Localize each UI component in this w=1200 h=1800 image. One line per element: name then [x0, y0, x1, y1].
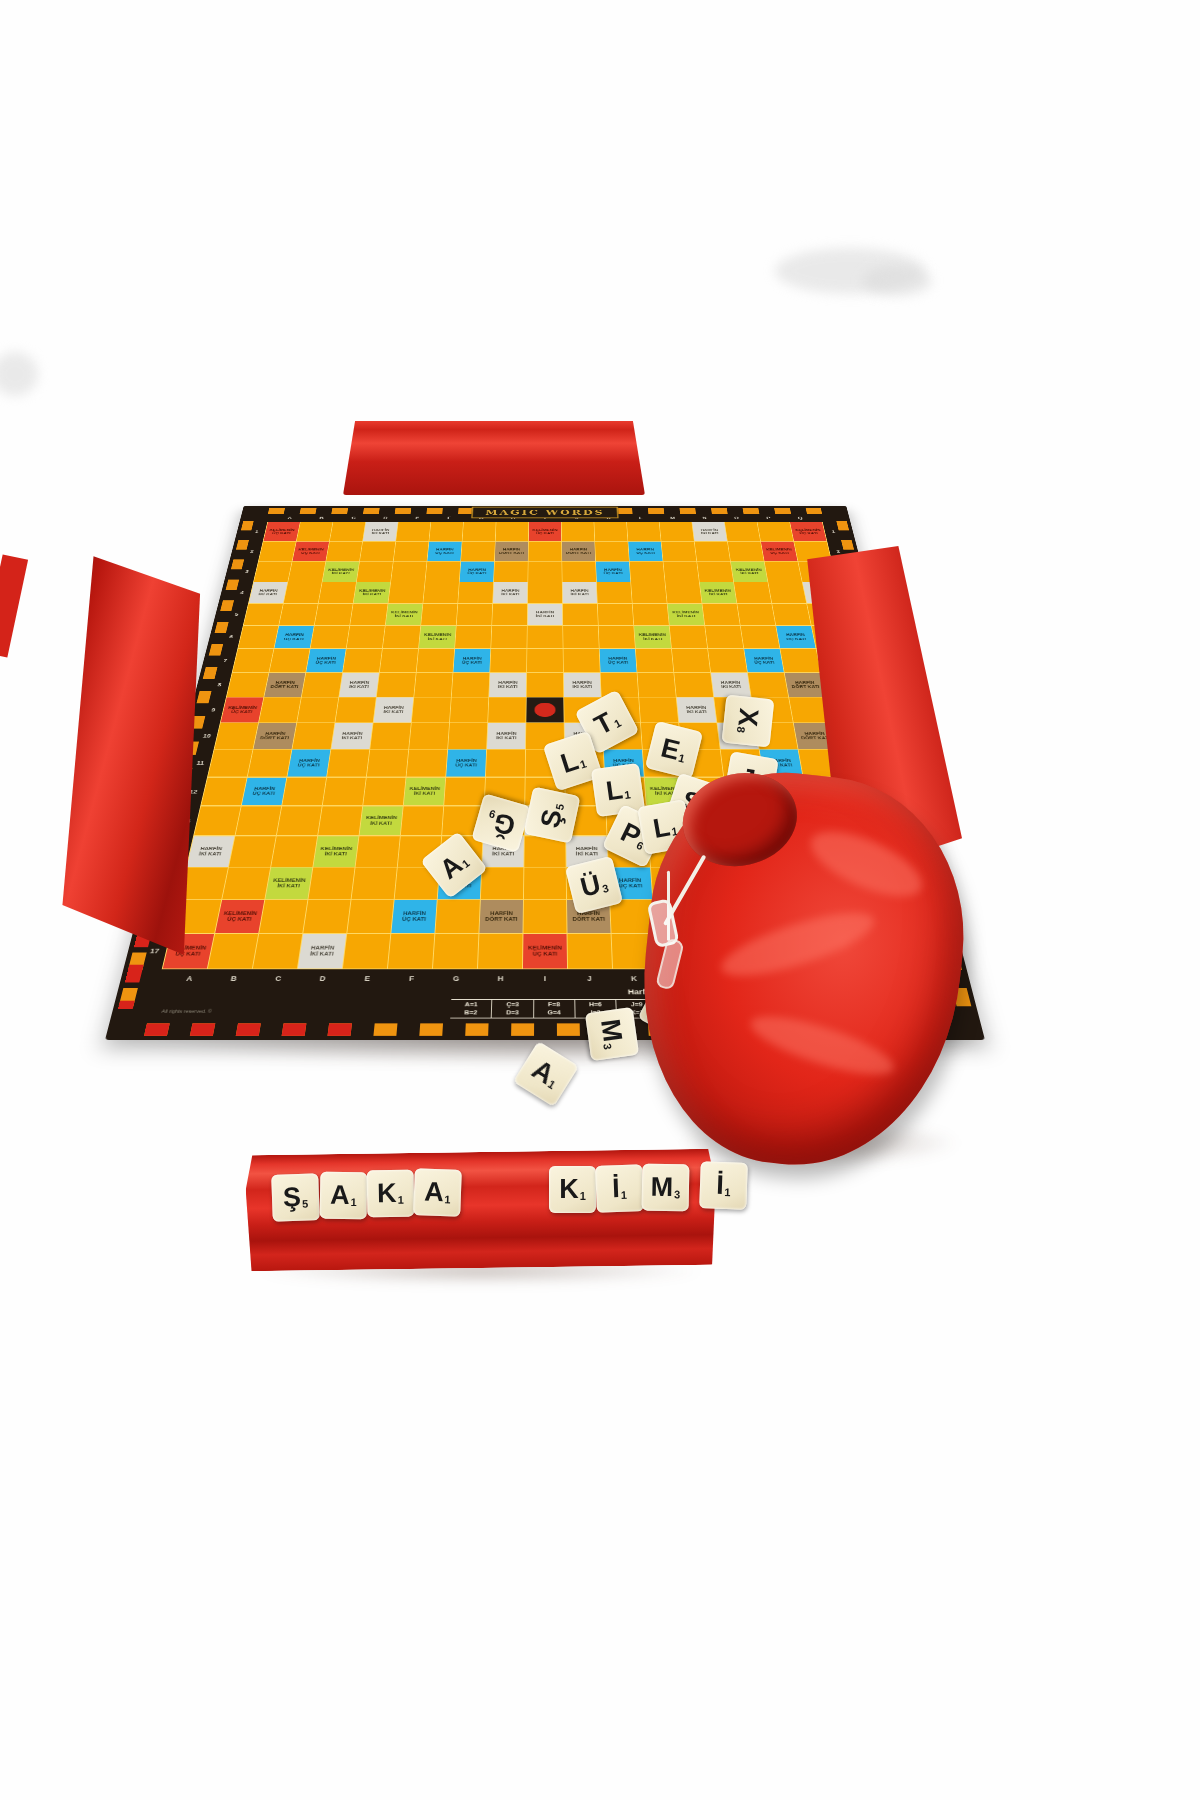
cell-P2[interactable]: KELİMENİNÜÇ KATI: [761, 542, 797, 561]
cell-C5[interactable]: [315, 604, 353, 625]
frame-dashes-red-bottom: [144, 1023, 365, 1035]
letter-value: A=1: [451, 1001, 492, 1009]
col-label-L: L: [625, 515, 657, 521]
cell-M3[interactable]: [664, 562, 699, 582]
cell-E8[interactable]: [377, 673, 416, 697]
tile-letter: M: [595, 1017, 629, 1044]
letter-tile-Ş[interactable]: Ş5: [524, 787, 581, 844]
cell-I17[interactable]: KELİMENİNÜÇ KATI: [523, 934, 567, 968]
tile-value: 1: [580, 1190, 586, 1202]
cell-D14[interactable]: KELİMENİNİKİ KATI: [313, 836, 358, 866]
premium-label: ÜÇ KATI: [779, 637, 815, 641]
cell-N2[interactable]: [695, 542, 730, 561]
cell-A5[interactable]: [244, 604, 283, 625]
cell-O7[interactable]: HARFİNÜÇ KATI: [745, 649, 784, 672]
premium-label: İKİ KATI: [490, 685, 526, 689]
premium-label: ÜÇ KATI: [597, 572, 630, 576]
cell-E1[interactable]: [396, 522, 430, 541]
cell-J4[interactable]: HARFİNİKİ KATI: [563, 582, 597, 603]
cell-D17[interactable]: HARFİNİKİ KATI: [298, 934, 346, 968]
premium-label: ÜÇ KATI: [529, 532, 561, 535]
cell-E15[interactable]: [352, 868, 397, 900]
tile-value: 1: [444, 1193, 451, 1205]
premium-label: ÜÇ KATI: [600, 660, 636, 664]
tile-value: 8: [735, 726, 748, 733]
premium-label: DÖRT KATI: [480, 916, 522, 922]
cell-G10[interactable]: [448, 723, 487, 749]
cell-A8[interactable]: [227, 673, 268, 697]
premium-label: İKİ KATI: [361, 821, 401, 826]
tile-letter: A: [424, 1177, 445, 1209]
cell-B9[interactable]: [259, 698, 300, 723]
cell-H8[interactable]: HARFİNİKİ KATI: [489, 673, 526, 697]
premium-label: DÖRT KATI: [787, 685, 824, 689]
cell-H6[interactable]: [491, 626, 526, 648]
cell-C16[interactable]: [259, 900, 307, 933]
cell-J17[interactable]: [568, 934, 612, 968]
premium-label: DÖRT KATI: [266, 685, 303, 689]
cell-F17[interactable]: [388, 934, 434, 968]
col-label-N: N: [688, 515, 721, 521]
cell-C13[interactable]: [277, 806, 321, 835]
cell-F7[interactable]: [417, 649, 454, 672]
cell-B6[interactable]: HARFİNÜÇ KATI: [274, 626, 313, 648]
col-label-I: I: [523, 972, 568, 984]
cell-H16[interactable]: HARFİNDÖRT KATI: [480, 900, 523, 933]
premium-label: ÜÇ KATI: [217, 916, 260, 922]
premium-label: ÜÇ KATI: [265, 532, 298, 535]
tile-letter: A: [330, 1180, 350, 1211]
cell-K2[interactable]: [595, 542, 628, 561]
letter-tile-M[interactable]: M3: [642, 1164, 690, 1212]
cell-B4[interactable]: [284, 582, 322, 603]
premium-label: İKİ KATI: [333, 736, 371, 741]
cell-B1[interactable]: [297, 522, 333, 541]
cell-E11[interactable]: [367, 750, 408, 777]
letter-tile-A[interactable]: A1: [320, 1172, 368, 1220]
cell-P8[interactable]: HARFİNDÖRT KATI: [785, 673, 826, 697]
cell-B11[interactable]: [248, 750, 291, 777]
col-label-Q: Q: [784, 515, 817, 521]
cell-M6[interactable]: [670, 626, 707, 648]
cell-A1[interactable]: KELİMENİNÜÇ KATI: [264, 522, 300, 541]
col-label-H: H: [478, 972, 523, 984]
cell-F5[interactable]: [421, 604, 457, 625]
letter-tile-K[interactable]: K1: [367, 1170, 415, 1218]
cell-G11[interactable]: HARFİNÜÇ KATI: [446, 750, 486, 777]
premium-label: İKİ KATI: [483, 851, 524, 856]
cell-A13[interactable]: [194, 806, 240, 835]
cell-B17[interactable]: [208, 934, 258, 968]
premium-label: DÖRT KATI: [562, 551, 595, 554]
cell-F1[interactable]: [429, 522, 462, 541]
cell-L6[interactable]: KELİMENİNİKİ KATI: [634, 626, 671, 648]
premium-label: ÜÇ KATI: [428, 551, 461, 554]
cell-D3[interactable]: [357, 562, 393, 582]
cell-O4[interactable]: [734, 582, 771, 603]
cell-G16[interactable]: [436, 900, 480, 933]
cell-H4[interactable]: HARFİNİKİ KATI: [493, 582, 527, 603]
cell-F9[interactable]: [412, 698, 451, 723]
cell-G5[interactable]: [457, 604, 492, 625]
cell-N8[interactable]: HARFİNİKİ KATI: [711, 673, 750, 697]
cell-J6[interactable]: [563, 626, 598, 648]
cell-B15[interactable]: [222, 868, 269, 900]
cell-E10[interactable]: [370, 723, 410, 749]
col-label-J: J: [567, 972, 612, 984]
cell-A3[interactable]: [254, 562, 291, 582]
col-label-C: C: [255, 972, 301, 984]
cell-D15[interactable]: [309, 868, 355, 900]
tile-letter: Ü: [577, 868, 603, 903]
cell-C10[interactable]: [292, 723, 334, 749]
cell-Q1[interactable]: KELİMENİNÜÇ KATI: [790, 522, 826, 541]
premium-label: ÜÇ KATI: [746, 660, 782, 664]
cell-N5[interactable]: [703, 604, 740, 625]
cell-F10[interactable]: [409, 723, 449, 749]
cell-H7[interactable]: [490, 649, 526, 672]
cell-H1[interactable]: [496, 522, 528, 541]
cell-I2[interactable]: [529, 542, 562, 561]
cell-A14[interactable]: HARFİNİKİ KATI: [187, 836, 234, 866]
premium-label: ÜÇ KATI: [460, 572, 493, 576]
cell-C2[interactable]: [326, 542, 362, 561]
letter-tile-Ş[interactable]: Ş5: [271, 1173, 320, 1222]
cell-L2[interactable]: HARFİNÜÇ KATI: [629, 542, 663, 561]
cell-D13[interactable]: [318, 806, 362, 835]
cell-L9[interactable]: [639, 698, 678, 723]
cell-E17[interactable]: [343, 934, 390, 968]
cell-K4[interactable]: [597, 582, 632, 603]
cell-E4[interactable]: [388, 582, 424, 603]
premium-label: İKİ KATI: [189, 851, 231, 856]
cell-I8[interactable]: [527, 673, 563, 697]
cell-K8[interactable]: [601, 673, 638, 697]
cell-F12[interactable]: KELİMENİNİKİ KATI: [404, 778, 445, 806]
premium-label: ÜÇ KATI: [792, 532, 825, 535]
cell-E16[interactable]: [347, 900, 393, 933]
cell-I4[interactable]: [528, 582, 562, 603]
cell-C3[interactable]: KELİMENİNİKİ KATI: [323, 562, 359, 582]
cell-D5[interactable]: [350, 604, 387, 625]
cell-A9[interactable]: KELİMENİNÜÇ KATI: [221, 698, 263, 723]
cell-K6[interactable]: [599, 626, 635, 648]
cell-E6[interactable]: [383, 626, 420, 648]
cell-H2[interactable]: HARFİNDÖRT KATI: [495, 542, 528, 561]
cell-E2[interactable]: [394, 542, 429, 561]
premium-label: İKİ KATI: [563, 593, 597, 597]
cell-H10[interactable]: HARFİNİKİ KATI: [487, 723, 525, 749]
cell-M1[interactable]: [660, 522, 694, 541]
premium-label: İKİ KATI: [678, 710, 715, 714]
cell-O2[interactable]: [728, 542, 764, 561]
cell-G12[interactable]: [444, 778, 484, 806]
premium-label: İKİ KATI: [493, 593, 527, 597]
cell-B14[interactable]: [229, 836, 275, 866]
cell-D8[interactable]: HARFİNİKİ KATI: [339, 673, 378, 697]
cell-B12[interactable]: HARFİNÜÇ KATI: [242, 778, 286, 806]
cell-D11[interactable]: [327, 750, 369, 777]
cell-F2[interactable]: HARFİNÜÇ KATI: [427, 542, 461, 561]
premium-label: İKİ KATI: [300, 951, 344, 957]
cell-B8[interactable]: HARFİNDÖRT KATI: [264, 673, 305, 697]
col-label-B: B: [305, 515, 338, 521]
letter-tile-İ[interactable]: İ1: [699, 1161, 748, 1210]
cell-C9[interactable]: [297, 698, 338, 723]
cell-A7[interactable]: [233, 649, 273, 672]
tile-letter: A: [434, 849, 468, 885]
cell-D1[interactable]: HARFİNİKİ KATI: [363, 522, 397, 541]
col-label-F: F: [433, 515, 465, 521]
cell-H15[interactable]: [481, 868, 523, 900]
cell-A11[interactable]: [208, 750, 252, 777]
cell-C1[interactable]: [330, 522, 365, 541]
cell-P3[interactable]: [765, 562, 802, 582]
cell-E14[interactable]: [356, 836, 400, 866]
letter-tile-K[interactable]: K1: [549, 1166, 596, 1213]
cell-I1[interactable]: KELİMENİNÜÇ KATI: [529, 522, 561, 541]
cell-P7[interactable]: [781, 649, 821, 672]
cell-M8[interactable]: [675, 673, 714, 697]
premium-label: İKİ KATI: [405, 791, 444, 796]
cell-D16[interactable]: [303, 900, 350, 933]
premium-label: ÜÇ KATI: [165, 951, 210, 957]
cell-B2[interactable]: KELİMENİNÜÇ KATI: [293, 542, 329, 561]
premium-label: İKİ KATI: [364, 532, 396, 535]
premium-label: İKİ KATI: [420, 637, 455, 641]
col-label-C: C: [337, 515, 370, 521]
cell-A4[interactable]: HARFİNİKİ KATI: [249, 582, 287, 603]
premium-label: İKİ KATI: [267, 883, 309, 889]
cell-A12[interactable]: [201, 778, 246, 806]
cell-H11[interactable]: [486, 750, 525, 777]
cell-G8[interactable]: [452, 673, 489, 697]
cell-C17[interactable]: [253, 934, 302, 968]
premium-label: ÜÇ KATI: [763, 551, 796, 554]
cell-G4[interactable]: [458, 582, 493, 603]
premium-label: ÜÇ KATI: [223, 710, 261, 714]
col-label-D: D: [300, 972, 346, 984]
cell-I9[interactable]: [527, 698, 564, 723]
col-label-A: A: [273, 515, 306, 521]
cell-C15[interactable]: KELİMENİNİKİ KATI: [265, 868, 312, 900]
cell-C8[interactable]: [302, 673, 342, 697]
cell-H3[interactable]: [494, 562, 528, 582]
cell-B10[interactable]: HARFİNDÖRT KATI: [253, 723, 295, 749]
tile-letter: L: [604, 774, 625, 807]
cell-O8[interactable]: [748, 673, 788, 697]
cell-J5[interactable]: [563, 604, 598, 625]
cell-G1[interactable]: [463, 522, 496, 541]
cell-B16[interactable]: KELİMENİNÜÇ KATI: [215, 900, 264, 933]
cell-H9[interactable]: [488, 698, 525, 723]
tile-bag[interactable]: [625, 760, 979, 1181]
col-label-D: D: [369, 515, 402, 521]
cell-L4[interactable]: [631, 582, 666, 603]
letter-value-cell: Ç=3D=3: [492, 1000, 534, 1018]
cell-O1[interactable]: [725, 522, 760, 541]
cell-A6[interactable]: [238, 626, 278, 648]
premium-label: İKİ KATI: [733, 572, 767, 576]
cell-I7[interactable]: [527, 649, 563, 672]
cell-M7[interactable]: [672, 649, 710, 672]
cell-G17[interactable]: [433, 934, 478, 968]
cell-F6[interactable]: KELİMENİNİKİ KATI: [419, 626, 456, 648]
cell-I6[interactable]: [527, 626, 562, 648]
premium-label: İKİ KATI: [250, 593, 284, 597]
cell-F4[interactable]: [423, 582, 458, 603]
cell-L1[interactable]: [627, 522, 660, 541]
letter-tile-İ[interactable]: İ1: [595, 1164, 644, 1213]
board-title: MAGIC WORDS: [471, 507, 619, 519]
cell-E13[interactable]: KELİMENİNİKİ KATI: [360, 806, 403, 835]
premium-label: İKİ KATI: [488, 736, 526, 741]
cell-G6[interactable]: [455, 626, 491, 648]
cell-L3[interactable]: [630, 562, 665, 582]
letter-tile-X[interactable]: X8: [722, 695, 775, 748]
cell-N1[interactable]: HARFİNİKİ KATI: [692, 522, 726, 541]
tile-value: 1: [621, 1188, 628, 1200]
cell-I15[interactable]: [524, 868, 566, 900]
premium-label: ÜÇ KATI: [276, 637, 312, 641]
cell-F8[interactable]: [414, 673, 452, 697]
cell-H17[interactable]: [478, 934, 522, 968]
premium-label: ÜÇ KATI: [454, 660, 490, 664]
cell-E9[interactable]: HARFİNİKİ KATI: [374, 698, 413, 723]
col-label-G: G: [433, 972, 478, 984]
cell-O6[interactable]: [741, 626, 779, 648]
premium-label: İKİ KATI: [387, 614, 422, 618]
premium-label: ÜÇ KATI: [294, 551, 327, 554]
letter-tile-A[interactable]: A1: [413, 1168, 462, 1217]
cell-M2[interactable]: [662, 542, 697, 561]
cell-N4[interactable]: KELİMENİNİKİ KATI: [700, 582, 736, 603]
cell-L8[interactable]: [638, 673, 676, 697]
cell-C14[interactable]: [271, 836, 316, 866]
cell-A2[interactable]: [259, 542, 296, 561]
cell-N3[interactable]: [697, 562, 733, 582]
cell-J7[interactable]: [564, 649, 600, 672]
cell-L5[interactable]: [633, 604, 669, 625]
cell-E7[interactable]: [380, 649, 418, 672]
cell-K3[interactable]: HARFİNÜÇ KATI: [596, 562, 630, 582]
cell-F13[interactable]: [401, 806, 443, 835]
cell-D6[interactable]: [347, 626, 385, 648]
copyright-fine-print: All rights reserved. ©: [161, 1009, 212, 1014]
cell-A10[interactable]: [215, 723, 258, 749]
cell-M4[interactable]: [666, 582, 702, 603]
letter-value-cell: A=1B=2: [450, 1000, 492, 1018]
cell-C4[interactable]: [319, 582, 356, 603]
letter-tile-L[interactable]: L1: [591, 763, 645, 817]
cell-F11[interactable]: [407, 750, 447, 777]
cell-D10[interactable]: HARFİNİKİ KATI: [331, 723, 372, 749]
background-smudge: [862, 266, 932, 296]
center-star-dot: [535, 703, 555, 717]
cell-C11[interactable]: HARFİNÜÇ KATI: [287, 750, 330, 777]
tile-value: 3: [674, 1188, 680, 1200]
cell-O5[interactable]: [738, 604, 776, 625]
cell-N7[interactable]: [708, 649, 747, 672]
cell-M9[interactable]: HARFİNİKİ KATI: [677, 698, 716, 723]
cell-D4[interactable]: KELİMENİNİKİ KATI: [354, 582, 390, 603]
background-smudge: [0, 352, 38, 396]
cell-P6[interactable]: HARFİNÜÇ KATI: [777, 626, 816, 648]
cell-K1[interactable]: [594, 522, 627, 541]
cell-J3[interactable]: [562, 562, 596, 582]
cell-C7[interactable]: HARFİNÜÇ KATI: [306, 649, 345, 672]
cell-I5[interactable]: HARFİNİKİ KATI: [528, 604, 562, 625]
premium-label: DÖRT KATI: [255, 736, 293, 741]
cell-F16[interactable]: HARFİNÜÇ KATI: [391, 900, 436, 933]
cell-P1[interactable]: [758, 522, 794, 541]
cell-P4[interactable]: [769, 582, 807, 603]
premium-label: İKİ KATI: [324, 572, 358, 576]
cell-C12[interactable]: [282, 778, 325, 806]
cell-E12[interactable]: [363, 778, 405, 806]
cell-D12[interactable]: [323, 778, 366, 806]
cell-B5[interactable]: [279, 604, 317, 625]
cell-D7[interactable]: [343, 649, 382, 672]
cell-K5[interactable]: [598, 604, 633, 625]
cell-G2[interactable]: [461, 542, 494, 561]
cell-E3[interactable]: [391, 562, 426, 582]
premium-label: İKİ KATI: [713, 685, 750, 689]
cell-E5[interactable]: KELİMENİNİKİ KATI: [386, 604, 422, 625]
premium-label: DÖRT KATI: [495, 551, 528, 554]
letter-tile-M[interactable]: M3: [585, 1007, 639, 1061]
cell-C6[interactable]: [311, 626, 349, 648]
premium-label: İKİ KATI: [669, 614, 704, 618]
cell-D9[interactable]: [335, 698, 375, 723]
cell-B13[interactable]: [236, 806, 281, 835]
cell-J8[interactable]: HARFİNİKİ KATI: [564, 673, 601, 697]
col-label-P: P: [752, 515, 785, 521]
cell-D2[interactable]: [360, 542, 395, 561]
tile-rack-left[interactable]: [58, 548, 206, 963]
cell-F3[interactable]: [425, 562, 460, 582]
cell-K7[interactable]: HARFİNÜÇ KATI: [600, 649, 637, 672]
cell-P5[interactable]: [773, 604, 811, 625]
tile-letter: K: [559, 1174, 579, 1205]
cell-L7[interactable]: [636, 649, 673, 672]
cell-I16[interactable]: [524, 900, 567, 933]
premium-label: ÜÇ KATI: [308, 660, 344, 664]
cell-G9[interactable]: [450, 698, 488, 723]
cell-N6[interactable]: [705, 626, 743, 648]
cell-B3[interactable]: [288, 562, 325, 582]
cell-G3[interactable]: HARFİNÜÇ KATI: [460, 562, 494, 582]
cell-B7[interactable]: [269, 649, 309, 672]
premium-label: DÖRT KATI: [567, 916, 609, 922]
tile-rack-top[interactable]: [343, 421, 645, 495]
cell-I3[interactable]: [528, 562, 561, 582]
tile-value: 1: [398, 1193, 404, 1205]
col-label-E: E: [401, 515, 434, 521]
cell-G7[interactable]: HARFİNÜÇ KATI: [454, 649, 491, 672]
cell-H5[interactable]: [492, 604, 527, 625]
premium-label: İKİ KATI: [564, 685, 600, 689]
tile-value: 3: [601, 1043, 614, 1051]
cell-O3[interactable]: KELİMENİNİKİ KATI: [731, 562, 767, 582]
cell-M5[interactable]: KELİMENİNİKİ KATI: [668, 604, 704, 625]
cell-J1[interactable]: [562, 522, 594, 541]
tile-value: 5: [302, 1197, 309, 1209]
premium-label: İKİ KATI: [694, 532, 726, 535]
product-photo-scene: MAGIC WORDS ABCDEFGHIJKLMNOPQ ABCDEFGHIJ…: [0, 0, 1200, 1800]
letter-value: Ç=3: [492, 1001, 533, 1009]
cell-J2[interactable]: HARFİNDÖRT KATI: [562, 542, 595, 561]
